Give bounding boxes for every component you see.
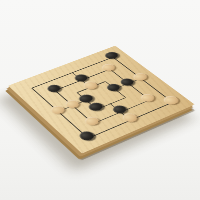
morris-board bbox=[8, 46, 195, 154]
product-photo-stage bbox=[0, 0, 200, 200]
